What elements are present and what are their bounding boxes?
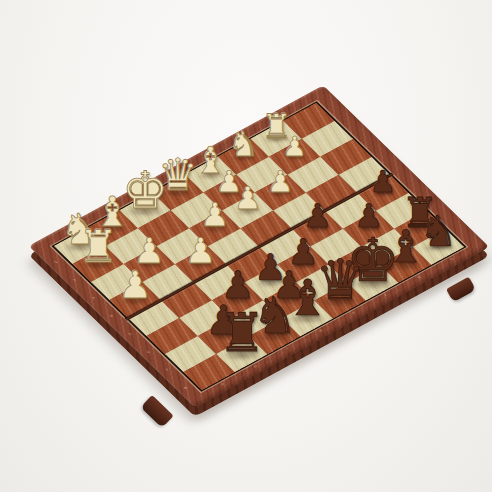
black-pawn-h5[interactable]: ♟ (369, 166, 396, 196)
white-pawn-c4[interactable]: ♟ (185, 233, 217, 268)
black-pawn-f5[interactable]: ♟ (303, 200, 332, 233)
white-rook-a2[interactable]: ♜ (78, 225, 118, 270)
white-pawn-e3[interactable]: ♟ (234, 183, 262, 214)
white-knight-f1[interactable]: ♞ (228, 126, 259, 161)
white-pawn-g2[interactable]: ♟ (282, 133, 307, 161)
white-pawn-d3[interactable]: ♟ (200, 200, 229, 233)
product-photo: 12345678abcdefgh ♜♞♟♝♛♟♟♟♚♟♝♟♟♟♜♞♞♜♟♟♟♝♟… (0, 0, 492, 492)
black-rook-b8[interactable]: ♜ (218, 308, 266, 361)
white-pawn-a4[interactable]: ♟ (118, 267, 152, 305)
pieces-layer: ♜♞♟♝♛♟♟♟♚♟♝♟♟♟♜♞♞♜♟♟♟♝♟♚♟♟♟♛♝♟♞♜ (0, 0, 492, 492)
white-pawn-f3[interactable]: ♟ (267, 166, 294, 196)
